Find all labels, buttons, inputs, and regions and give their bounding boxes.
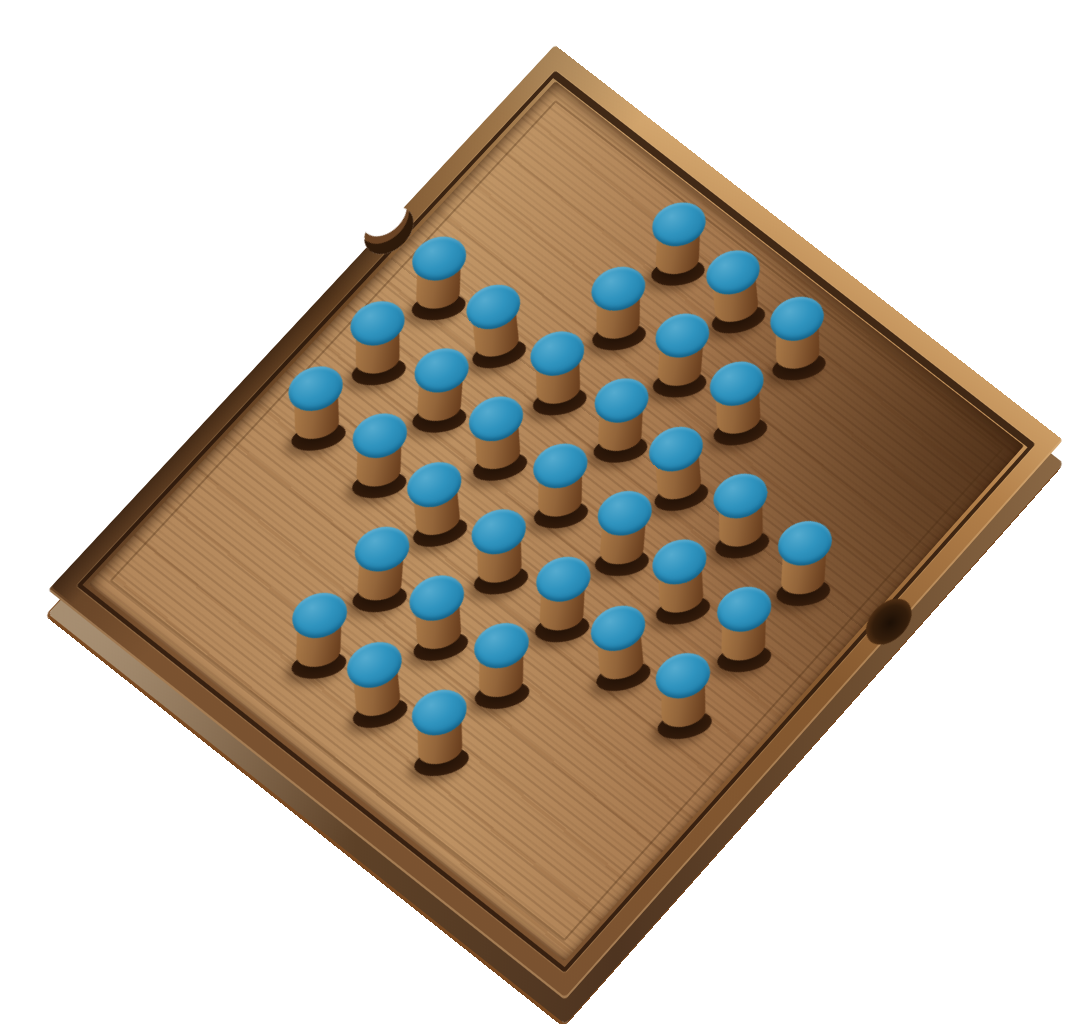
peg-r3c3[interactable]	[529, 327, 587, 419]
peg-r3c5[interactable]	[646, 422, 709, 517]
peg-r5c5[interactable]	[532, 554, 592, 645]
peg-r3c7[interactable]	[774, 519, 834, 609]
peg-r5c1[interactable]	[287, 362, 347, 455]
peg-r5c4[interactable]	[470, 505, 529, 598]
peg-r4c3[interactable]	[467, 392, 528, 486]
peg-r5c7[interactable]	[654, 649, 712, 743]
peg-r4c6[interactable]	[650, 535, 710, 629]
peg-r7c3[interactable]	[289, 590, 349, 682]
peg-r7c4[interactable]	[344, 636, 409, 733]
peg-r2c3[interactable]	[590, 263, 646, 353]
peg-r3c1[interactable]	[409, 234, 467, 323]
peg-r5c2[interactable]	[350, 411, 409, 502]
peg-r1c3[interactable]	[649, 200, 708, 288]
peg-r4c1[interactable]	[349, 298, 405, 389]
peg-r5c6[interactable]	[588, 600, 651, 696]
peg-r6c5[interactable]	[473, 620, 530, 713]
peg-r6c4[interactable]	[407, 571, 469, 666]
peg-r1c5[interactable]	[769, 293, 826, 384]
peg-r4c2[interactable]	[409, 346, 471, 435]
peg-r1c4[interactable]	[704, 245, 767, 338]
peg-r4c5[interactable]	[592, 489, 655, 578]
peg-grid	[88, 81, 1024, 961]
photo-background	[0, 0, 1091, 1024]
solitaire-board	[48, 45, 1063, 1000]
peg-r4c7[interactable]	[715, 584, 773, 676]
peg-r3c4[interactable]	[591, 376, 650, 466]
peg-r3c6[interactable]	[712, 470, 769, 562]
peg-r4c4[interactable]	[532, 440, 589, 532]
peg-r6c3[interactable]	[349, 524, 411, 614]
peg-r5c3[interactable]	[404, 457, 468, 553]
peg-r2c4[interactable]	[650, 312, 712, 399]
peg-r3c2[interactable]	[463, 279, 527, 373]
peg-r7c5[interactable]	[410, 685, 469, 780]
box-lid-top	[48, 45, 1063, 1000]
peg-r2c5[interactable]	[708, 357, 768, 450]
playing-surface	[88, 81, 1024, 961]
